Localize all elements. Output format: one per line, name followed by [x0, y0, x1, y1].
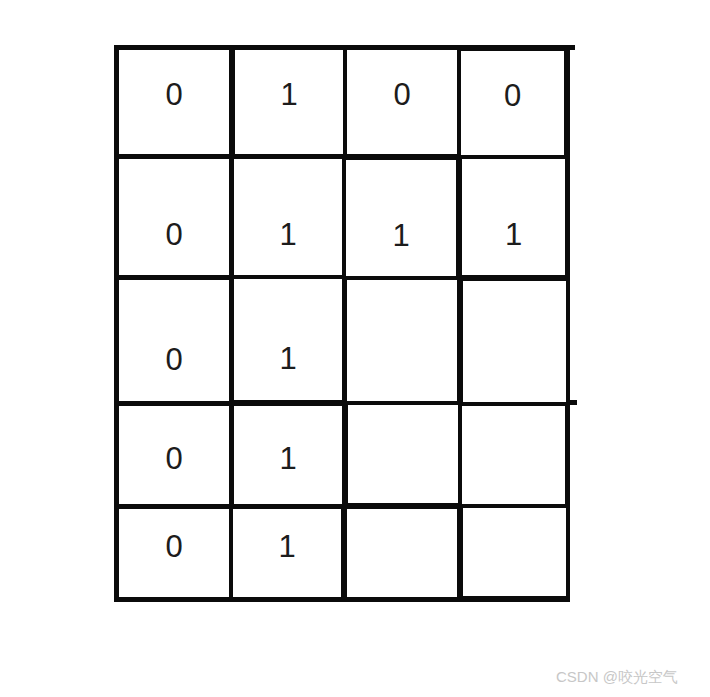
grid-cell-r5c4 [463, 508, 566, 596]
cell-value: 0 [165, 217, 182, 253]
grid-cell-r2c3: 1 [346, 160, 456, 276]
grid-cell-r5c2: 1 [233, 509, 341, 597]
grid-cell-r3c2: 1 [234, 279, 342, 400]
grid-cell-r4c4 [462, 406, 565, 504]
cell-value: 0 [165, 77, 182, 113]
cell-value: 0 [165, 529, 182, 565]
grid-cell-r2c2: 1 [234, 159, 342, 275]
cell-value: 0 [165, 441, 182, 477]
grid-cell-r5c1: 0 [119, 509, 229, 597]
cell-value: 1 [279, 341, 296, 377]
grid-cell-r4c2: 1 [234, 406, 342, 504]
grid-cell-r4c1: 0 [119, 406, 229, 504]
line-overshoot [570, 400, 577, 405]
grid-cell-r2c1: 0 [119, 159, 229, 275]
cell-value: 0 [165, 342, 182, 378]
grid-cell-r3c1: 0 [119, 280, 229, 401]
line-overshoot [570, 45, 575, 50]
cell-value: 0 [393, 77, 410, 113]
grid-cell-r1c2: 1 [235, 50, 343, 154]
grid-cell-r3c4 [463, 281, 566, 402]
cell-value: 1 [279, 217, 296, 253]
cell-value: 1 [505, 217, 522, 253]
cell-value: 1 [279, 441, 296, 477]
cell-value: 0 [504, 78, 521, 114]
grid-cell-r1c1: 0 [119, 50, 229, 154]
grid-cell-r5c3 [347, 509, 457, 597]
grid-cell-r3c3 [347, 280, 457, 401]
watermark: CSDN @咬光空气 [556, 668, 678, 687]
grid-board: 0 1 0 0 0 1 1 1 0 1 0 1 0 1 [114, 45, 570, 602]
cell-value: 1 [280, 77, 297, 113]
cell-value: 1 [392, 218, 409, 254]
grid-cell-r1c3: 0 [347, 50, 457, 154]
grid-cell-r1c4: 0 [461, 51, 564, 155]
page-background: 0 1 0 0 0 1 1 1 0 1 0 1 0 1 CSDN @咬光空气 [0, 0, 710, 697]
cell-value: 1 [278, 529, 295, 565]
grid-cell-r4c3 [348, 405, 458, 503]
grid-cell-r2c4: 1 [462, 159, 565, 275]
